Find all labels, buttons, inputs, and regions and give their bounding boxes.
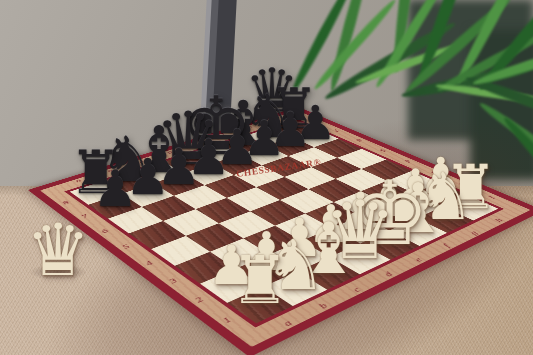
white-rook-a1[interactable]: ♜ [230, 249, 289, 315]
photo-stage: abcdefgh abcdefgh 87654321 87654321 CHES… [0, 0, 533, 355]
spare-white-queen[interactable]: ♛ [26, 214, 91, 286]
black-pawn-a7[interactable]: ♟ [92, 164, 137, 214]
